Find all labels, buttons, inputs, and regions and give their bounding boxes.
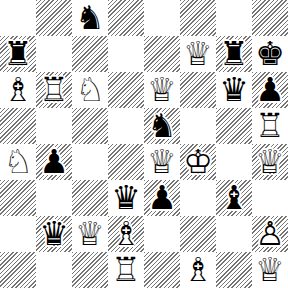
piece-glyph-black-pawn: ♟ bbox=[144, 179, 180, 215]
square-g4[interactable] bbox=[216, 144, 252, 180]
square-d2[interactable]: ♝♗ bbox=[108, 216, 144, 252]
square-a5[interactable] bbox=[0, 108, 36, 144]
piece-glyph-black-queen: ♛ bbox=[108, 179, 144, 215]
piece-glyph-white-knight: ♘ bbox=[0, 143, 36, 179]
piece-white-bishop[interactable]: ♝♗ bbox=[0, 72, 36, 108]
square-b5[interactable] bbox=[36, 108, 72, 144]
square-e5[interactable]: ♞♞ bbox=[144, 108, 180, 144]
square-f5[interactable] bbox=[180, 108, 216, 144]
piece-white-queen[interactable]: ♛♕ bbox=[144, 144, 180, 180]
piece-white-queen[interactable]: ♛♕ bbox=[144, 72, 180, 108]
piece-glyph-white-rook: ♖ bbox=[108, 251, 144, 287]
piece-glyph-white-pawn: ♙ bbox=[252, 215, 288, 251]
square-b4[interactable]: ♟♟ bbox=[36, 144, 72, 180]
piece-black-pawn[interactable]: ♟♟ bbox=[252, 72, 288, 108]
piece-white-rook[interactable]: ♜♖ bbox=[36, 72, 72, 108]
piece-glyph-white-bishop: ♗ bbox=[0, 71, 36, 107]
square-f2[interactable] bbox=[180, 216, 216, 252]
square-g7[interactable]: ♜♜ bbox=[216, 36, 252, 72]
piece-glyph-white-queen: ♕ bbox=[180, 35, 216, 71]
square-c1[interactable] bbox=[72, 252, 108, 288]
square-h4[interactable]: ♛♕ bbox=[252, 144, 288, 180]
square-h7[interactable]: ♚♚ bbox=[252, 36, 288, 72]
square-e3[interactable]: ♟♟ bbox=[144, 180, 180, 216]
piece-black-knight[interactable]: ♞♞ bbox=[144, 108, 180, 144]
piece-glyph-white-queen: ♕ bbox=[144, 143, 180, 179]
piece-black-bishop[interactable]: ♝♝ bbox=[216, 180, 252, 216]
piece-white-pawn[interactable]: ♟♙ bbox=[252, 216, 288, 252]
square-b6[interactable]: ♜♖ bbox=[36, 72, 72, 108]
piece-glyph-white-rook: ♖ bbox=[252, 107, 288, 143]
piece-white-knight[interactable]: ♞♘ bbox=[72, 72, 108, 108]
square-h1[interactable]: ♛♕ bbox=[252, 252, 288, 288]
square-c8[interactable]: ♞♞ bbox=[72, 0, 108, 36]
square-c6[interactable]: ♞♘ bbox=[72, 72, 108, 108]
square-d5[interactable] bbox=[108, 108, 144, 144]
piece-white-king[interactable]: ♚♔ bbox=[180, 144, 216, 180]
square-a3[interactable] bbox=[0, 180, 36, 216]
square-h5[interactable]: ♜♖ bbox=[252, 108, 288, 144]
piece-glyph-black-rook: ♜ bbox=[0, 35, 36, 71]
piece-black-pawn[interactable]: ♟♟ bbox=[144, 180, 180, 216]
square-b7[interactable] bbox=[36, 36, 72, 72]
piece-white-bishop[interactable]: ♝♗ bbox=[180, 252, 216, 288]
piece-glyph-white-queen: ♕ bbox=[72, 215, 108, 251]
piece-glyph-white-queen: ♕ bbox=[252, 251, 288, 287]
square-h6[interactable]: ♟♟ bbox=[252, 72, 288, 108]
square-a1[interactable] bbox=[0, 252, 36, 288]
square-c3[interactable] bbox=[72, 180, 108, 216]
piece-glyph-black-bishop: ♝ bbox=[216, 179, 252, 215]
piece-black-rook[interactable]: ♜♜ bbox=[216, 36, 252, 72]
piece-glyph-black-king: ♚ bbox=[252, 35, 288, 71]
piece-black-king[interactable]: ♚♚ bbox=[252, 36, 288, 72]
square-h8[interactable] bbox=[252, 0, 288, 36]
piece-black-queen[interactable]: ♛♛ bbox=[108, 180, 144, 216]
piece-glyph-black-knight: ♞ bbox=[72, 0, 108, 35]
piece-white-rook[interactable]: ♜♖ bbox=[252, 108, 288, 144]
square-e1[interactable] bbox=[144, 252, 180, 288]
square-c2[interactable]: ♛♕ bbox=[72, 216, 108, 252]
piece-white-queen[interactable]: ♛♕ bbox=[252, 144, 288, 180]
square-d4[interactable] bbox=[108, 144, 144, 180]
square-e8[interactable] bbox=[144, 0, 180, 36]
square-f7[interactable]: ♛♕ bbox=[180, 36, 216, 72]
piece-black-pawn[interactable]: ♟♟ bbox=[36, 144, 72, 180]
piece-glyph-white-queen: ♕ bbox=[144, 71, 180, 107]
square-f6[interactable] bbox=[180, 72, 216, 108]
square-c7[interactable] bbox=[72, 36, 108, 72]
square-c4[interactable] bbox=[72, 144, 108, 180]
square-b3[interactable] bbox=[36, 180, 72, 216]
square-g6[interactable]: ♛♛ bbox=[216, 72, 252, 108]
piece-black-rook[interactable]: ♜♜ bbox=[0, 36, 36, 72]
square-d3[interactable]: ♛♛ bbox=[108, 180, 144, 216]
piece-glyph-black-queen: ♛ bbox=[36, 215, 72, 251]
piece-white-queen[interactable]: ♛♕ bbox=[252, 252, 288, 288]
square-d6[interactable] bbox=[108, 72, 144, 108]
piece-glyph-white-bishop: ♗ bbox=[108, 215, 144, 251]
square-g1[interactable] bbox=[216, 252, 252, 288]
square-d7[interactable] bbox=[108, 36, 144, 72]
square-a2[interactable] bbox=[0, 216, 36, 252]
square-b8[interactable] bbox=[36, 0, 72, 36]
piece-glyph-white-rook: ♖ bbox=[36, 71, 72, 107]
piece-glyph-black-pawn: ♟ bbox=[252, 71, 288, 107]
square-d1[interactable]: ♜♖ bbox=[108, 252, 144, 288]
piece-glyph-black-pawn: ♟ bbox=[36, 143, 72, 179]
square-a7[interactable]: ♜♜ bbox=[0, 36, 36, 72]
square-g5[interactable] bbox=[216, 108, 252, 144]
piece-black-queen[interactable]: ♛♛ bbox=[36, 216, 72, 252]
piece-white-bishop[interactable]: ♝♗ bbox=[108, 216, 144, 252]
square-e4[interactable]: ♛♕ bbox=[144, 144, 180, 180]
piece-white-rook[interactable]: ♜♖ bbox=[108, 252, 144, 288]
piece-white-queen[interactable]: ♛♕ bbox=[180, 36, 216, 72]
square-f8[interactable] bbox=[180, 0, 216, 36]
square-e6[interactable]: ♛♕ bbox=[144, 72, 180, 108]
piece-glyph-white-bishop: ♗ bbox=[180, 251, 216, 287]
square-e2[interactable] bbox=[144, 216, 180, 252]
piece-black-knight[interactable]: ♞♞ bbox=[72, 0, 108, 36]
piece-glyph-white-king: ♔ bbox=[180, 143, 216, 179]
piece-black-queen[interactable]: ♛♛ bbox=[216, 72, 252, 108]
piece-glyph-white-knight: ♘ bbox=[72, 71, 108, 107]
piece-glyph-black-rook: ♜ bbox=[216, 35, 252, 71]
square-d8[interactable] bbox=[108, 0, 144, 36]
square-g3[interactable]: ♝♝ bbox=[216, 180, 252, 216]
square-a6[interactable]: ♝♗ bbox=[0, 72, 36, 108]
piece-white-queen[interactable]: ♛♕ bbox=[72, 216, 108, 252]
piece-glyph-white-queen: ♕ bbox=[252, 143, 288, 179]
square-a4[interactable]: ♞♘ bbox=[0, 144, 36, 180]
square-g2[interactable] bbox=[216, 216, 252, 252]
square-c5[interactable] bbox=[72, 108, 108, 144]
square-h2[interactable]: ♟♙ bbox=[252, 216, 288, 252]
square-b2[interactable]: ♛♛ bbox=[36, 216, 72, 252]
piece-glyph-black-queen: ♛ bbox=[216, 71, 252, 107]
square-f4[interactable]: ♚♔ bbox=[180, 144, 216, 180]
square-b1[interactable] bbox=[36, 252, 72, 288]
square-g8[interactable] bbox=[216, 0, 252, 36]
piece-glyph-black-knight: ♞ bbox=[144, 107, 180, 143]
square-a8[interactable] bbox=[0, 0, 36, 36]
square-e7[interactable] bbox=[144, 36, 180, 72]
square-f1[interactable]: ♝♗ bbox=[180, 252, 216, 288]
square-f3[interactable] bbox=[180, 180, 216, 216]
piece-white-knight[interactable]: ♞♘ bbox=[0, 144, 36, 180]
square-h3[interactable] bbox=[252, 180, 288, 216]
chessboard: ♞♞♜♜♛♕♜♜♚♚♝♗♜♖♞♘♛♕♛♛♟♟♞♞♜♖♞♘♟♟♛♕♚♔♛♕♛♛♟♟… bbox=[0, 0, 288, 288]
